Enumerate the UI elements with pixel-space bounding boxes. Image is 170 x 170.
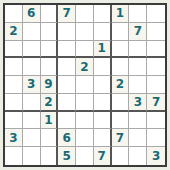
cell-r9c8-empty[interactable]	[129, 147, 147, 165]
cell-r2c2-empty[interactable]	[23, 23, 41, 41]
cell-r1c6-empty[interactable]	[94, 5, 112, 23]
cell-r1c7-given-1[interactable]: 1	[112, 5, 130, 23]
cell-r2c8-given-7[interactable]: 7	[129, 23, 147, 41]
cell-r4c5-given-2[interactable]: 2	[76, 58, 94, 76]
cell-r9c2-empty[interactable]	[23, 147, 41, 165]
cell-r1c2-given-6[interactable]: 6	[23, 5, 41, 23]
cell-r6c8-given-3[interactable]: 3	[129, 94, 147, 112]
cell-r6c6-empty[interactable]	[94, 94, 112, 112]
cell-r9c6-given-7[interactable]: 7	[94, 147, 112, 165]
cell-r5c2-given-3[interactable]: 3	[23, 76, 41, 94]
cell-r8c5-empty[interactable]	[76, 129, 94, 147]
cell-r8c8-empty[interactable]	[129, 129, 147, 147]
cell-r2c6-empty[interactable]	[94, 23, 112, 41]
cell-r5c5-empty[interactable]	[76, 76, 94, 94]
cell-r9c3-empty[interactable]	[41, 147, 59, 165]
cell-r5c4-empty[interactable]	[58, 76, 76, 94]
cell-r7c5-empty[interactable]	[76, 112, 94, 130]
cell-r1c5-empty[interactable]	[76, 5, 94, 23]
cell-r4c7-empty[interactable]	[112, 58, 130, 76]
cell-r1c1-empty[interactable]	[5, 5, 23, 23]
cell-r6c4-empty[interactable]	[58, 94, 76, 112]
cell-r7c1-empty[interactable]	[5, 112, 23, 130]
cell-r3c4-empty[interactable]	[58, 41, 76, 59]
cell-r1c4-given-7[interactable]: 7	[58, 5, 76, 23]
cell-r8c2-empty[interactable]	[23, 129, 41, 147]
cell-r7c2-empty[interactable]	[23, 112, 41, 130]
cell-r9c5-empty[interactable]	[76, 147, 94, 165]
cell-r7c9-empty[interactable]	[147, 112, 165, 130]
cell-r5c7-given-2[interactable]: 2	[112, 76, 130, 94]
cell-r8c1-given-3[interactable]: 3	[5, 129, 23, 147]
cell-r9c9-given-3[interactable]: 3	[147, 147, 165, 165]
cell-r3c7-empty[interactable]	[112, 41, 130, 59]
cell-r8c4-given-6[interactable]: 6	[58, 129, 76, 147]
cell-r8c7-given-7[interactable]: 7	[112, 129, 130, 147]
cell-r9c7-empty[interactable]	[112, 147, 130, 165]
cell-r4c9-empty[interactable]	[147, 58, 165, 76]
cell-r3c1-empty[interactable]	[5, 41, 23, 59]
cell-r8c9-empty[interactable]	[147, 129, 165, 147]
cell-r3c2-empty[interactable]	[23, 41, 41, 59]
cell-r6c5-empty[interactable]	[76, 94, 94, 112]
cell-r1c3-empty[interactable]	[41, 5, 59, 23]
cell-r4c1-empty[interactable]	[5, 58, 23, 76]
cell-r2c4-empty[interactable]	[58, 23, 76, 41]
cell-r6c1-empty[interactable]	[5, 94, 23, 112]
cell-r4c4-empty[interactable]	[58, 58, 76, 76]
cell-r8c3-empty[interactable]	[41, 129, 59, 147]
cell-r5c9-empty[interactable]	[147, 76, 165, 94]
cell-r7c3-given-1[interactable]: 1	[41, 112, 59, 130]
cell-r3c6-given-1[interactable]: 1	[94, 41, 112, 59]
cell-r4c2-empty[interactable]	[23, 58, 41, 76]
cell-r6c3-given-2[interactable]: 2	[41, 94, 59, 112]
cell-r2c9-empty[interactable]	[147, 23, 165, 41]
cell-r7c7-empty[interactable]	[112, 112, 130, 130]
sudoku-board: 67127123922371367573	[3, 3, 167, 167]
cell-r4c8-empty[interactable]	[129, 58, 147, 76]
cell-r5c6-empty[interactable]	[94, 76, 112, 94]
cell-r6c7-empty[interactable]	[112, 94, 130, 112]
cell-r6c2-empty[interactable]	[23, 94, 41, 112]
cell-r1c9-empty[interactable]	[147, 5, 165, 23]
cell-r4c3-empty[interactable]	[41, 58, 59, 76]
cell-r7c4-empty[interactable]	[58, 112, 76, 130]
cell-r7c8-empty[interactable]	[129, 112, 147, 130]
cell-r3c9-empty[interactable]	[147, 41, 165, 59]
cell-r6c9-given-7[interactable]: 7	[147, 94, 165, 112]
cell-r4c6-empty[interactable]	[94, 58, 112, 76]
cell-r5c1-empty[interactable]	[5, 76, 23, 94]
cell-r9c4-given-5[interactable]: 5	[58, 147, 76, 165]
cell-r2c5-empty[interactable]	[76, 23, 94, 41]
cell-r9c1-empty[interactable]	[5, 147, 23, 165]
cell-r5c8-empty[interactable]	[129, 76, 147, 94]
cell-r3c5-empty[interactable]	[76, 41, 94, 59]
cell-r1c8-empty[interactable]	[129, 5, 147, 23]
cell-r8c6-empty[interactable]	[94, 129, 112, 147]
cell-r5c3-given-9[interactable]: 9	[41, 76, 59, 94]
cell-r3c3-empty[interactable]	[41, 41, 59, 59]
cell-r3c8-empty[interactable]	[129, 41, 147, 59]
cell-r7c6-empty[interactable]	[94, 112, 112, 130]
cell-r2c7-empty[interactable]	[112, 23, 130, 41]
cell-r2c3-empty[interactable]	[41, 23, 59, 41]
cell-r2c1-given-2[interactable]: 2	[5, 23, 23, 41]
